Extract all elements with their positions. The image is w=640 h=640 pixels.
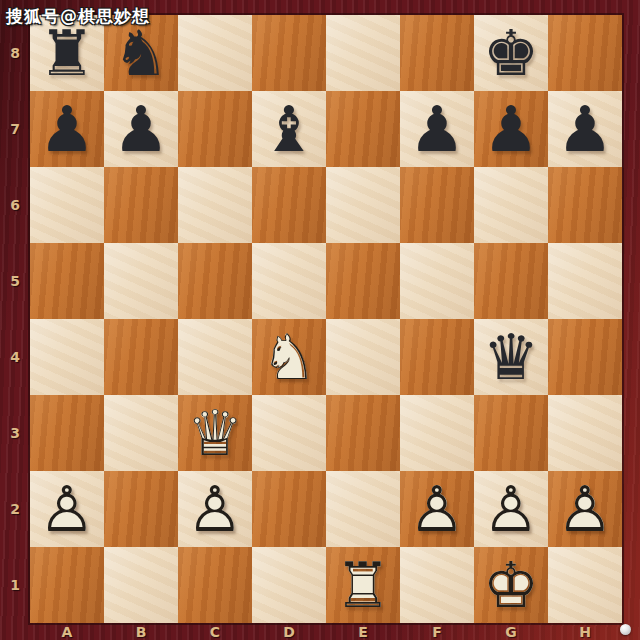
black-pawn-icon: ♟ — [548, 91, 622, 167]
square-f8[interactable] — [400, 15, 474, 91]
file-label-b: B — [104, 623, 178, 640]
square-c6[interactable] — [178, 167, 252, 243]
square-e3[interactable] — [326, 395, 400, 471]
piece-white-pawn-g2[interactable]: ♟♙ — [474, 471, 548, 547]
piece-white-rook-e1[interactable]: ♜♖ — [326, 547, 400, 623]
piece-white-pawn-c2[interactable]: ♟♙ — [178, 471, 252, 547]
square-g6[interactable] — [474, 167, 548, 243]
board: ♜♞♚♟♟♝♟♟♟♞♘♛♛♕♟♙♟♙♟♙♟♙♟♙♜♖♚♔ — [30, 15, 622, 623]
square-e7[interactable] — [326, 91, 400, 167]
square-g1[interactable]: ♚♔ — [474, 547, 548, 623]
square-b3[interactable] — [104, 395, 178, 471]
square-b5[interactable] — [104, 243, 178, 319]
square-e2[interactable] — [326, 471, 400, 547]
piece-black-queen-g4[interactable]: ♛ — [474, 319, 548, 395]
square-f7[interactable]: ♟ — [400, 91, 474, 167]
square-g3[interactable] — [474, 395, 548, 471]
rank-labels: 87654321 — [0, 15, 30, 623]
rank-label-1: 1 — [0, 547, 30, 623]
square-h2[interactable]: ♟♙ — [548, 471, 622, 547]
square-a3[interactable] — [30, 395, 104, 471]
square-e4[interactable] — [326, 319, 400, 395]
file-label-h: H — [548, 623, 622, 640]
square-a7[interactable]: ♟ — [30, 91, 104, 167]
square-c4[interactable] — [178, 319, 252, 395]
white-knight-outline-icon: ♘ — [252, 319, 326, 395]
square-h6[interactable] — [548, 167, 622, 243]
piece-black-pawn-b7[interactable]: ♟ — [104, 91, 178, 167]
square-d5[interactable] — [252, 243, 326, 319]
file-label-e: E — [326, 623, 400, 640]
square-c7[interactable] — [178, 91, 252, 167]
square-d1[interactable] — [252, 547, 326, 623]
white-pawn-outline-icon: ♙ — [400, 471, 474, 547]
file-label-d: D — [252, 623, 326, 640]
chess-board-frame: 搜狐号@棋思妙想 87654321 ♜♞♚♟♟♝♟♟♟♞♘♛♛♕♟♙♟♙♟♙♟♙… — [0, 0, 640, 640]
rank-label-6: 6 — [0, 167, 30, 243]
square-f5[interactable] — [400, 243, 474, 319]
piece-white-queen-c3[interactable]: ♛♕ — [178, 395, 252, 471]
square-g4[interactable]: ♛ — [474, 319, 548, 395]
square-b7[interactable]: ♟ — [104, 91, 178, 167]
square-d3[interactable] — [252, 395, 326, 471]
square-f1[interactable] — [400, 547, 474, 623]
black-pawn-icon: ♟ — [30, 91, 104, 167]
piece-black-bishop-d7[interactable]: ♝ — [252, 91, 326, 167]
square-h7[interactable]: ♟ — [548, 91, 622, 167]
square-g5[interactable] — [474, 243, 548, 319]
white-pawn-outline-icon: ♙ — [30, 471, 104, 547]
white-queen-outline-icon: ♕ — [178, 395, 252, 471]
white-pawn-outline-icon: ♙ — [178, 471, 252, 547]
rank-label-3: 3 — [0, 395, 30, 471]
square-c8[interactable] — [178, 15, 252, 91]
square-h3[interactable] — [548, 395, 622, 471]
square-c3[interactable]: ♛♕ — [178, 395, 252, 471]
square-a2[interactable]: ♟♙ — [30, 471, 104, 547]
white-rook-outline-icon: ♖ — [326, 547, 400, 623]
square-h8[interactable] — [548, 15, 622, 91]
rank-label-7: 7 — [0, 91, 30, 167]
file-label-a: A — [30, 623, 104, 640]
square-f4[interactable] — [400, 319, 474, 395]
square-a5[interactable] — [30, 243, 104, 319]
square-h5[interactable] — [548, 243, 622, 319]
piece-black-king-g8[interactable]: ♚ — [474, 15, 548, 91]
piece-black-pawn-a7[interactable]: ♟ — [30, 91, 104, 167]
white-king-outline-icon: ♔ — [474, 547, 548, 623]
black-pawn-icon: ♟ — [104, 91, 178, 167]
square-c1[interactable] — [178, 547, 252, 623]
square-a4[interactable] — [30, 319, 104, 395]
file-label-f: F — [400, 623, 474, 640]
square-a6[interactable] — [30, 167, 104, 243]
black-king-icon: ♚ — [474, 15, 548, 91]
piece-black-pawn-h7[interactable]: ♟ — [548, 91, 622, 167]
square-e6[interactable] — [326, 167, 400, 243]
rank-label-2: 2 — [0, 471, 30, 547]
square-e1[interactable]: ♜♖ — [326, 547, 400, 623]
corner-dot-icon — [620, 624, 631, 635]
watermark-text: 搜狐号@棋思妙想 — [6, 5, 150, 28]
piece-white-pawn-a2[interactable]: ♟♙ — [30, 471, 104, 547]
square-g8[interactable]: ♚ — [474, 15, 548, 91]
square-b4[interactable] — [104, 319, 178, 395]
square-b1[interactable] — [104, 547, 178, 623]
file-labels: ABCDEFGH — [30, 623, 622, 640]
square-b2[interactable] — [104, 471, 178, 547]
rank-label-4: 4 — [0, 319, 30, 395]
white-pawn-outline-icon: ♙ — [548, 471, 622, 547]
piece-black-pawn-g7[interactable]: ♟ — [474, 91, 548, 167]
square-d7[interactable]: ♝ — [252, 91, 326, 167]
white-pawn-outline-icon: ♙ — [474, 471, 548, 547]
square-b6[interactable] — [104, 167, 178, 243]
black-pawn-icon: ♟ — [400, 91, 474, 167]
square-c2[interactable]: ♟♙ — [178, 471, 252, 547]
square-e5[interactable] — [326, 243, 400, 319]
square-g7[interactable]: ♟ — [474, 91, 548, 167]
black-pawn-icon: ♟ — [474, 91, 548, 167]
square-d8[interactable] — [252, 15, 326, 91]
piece-white-pawn-f2[interactable]: ♟♙ — [400, 471, 474, 547]
piece-white-knight-d4[interactable]: ♞♘ — [252, 319, 326, 395]
file-label-c: C — [178, 623, 252, 640]
square-d2[interactable] — [252, 471, 326, 547]
file-label-g: G — [474, 623, 548, 640]
square-f3[interactable] — [400, 395, 474, 471]
piece-white-pawn-h2[interactable]: ♟♙ — [548, 471, 622, 547]
square-a1[interactable] — [30, 547, 104, 623]
square-h1[interactable] — [548, 547, 622, 623]
square-g2[interactable]: ♟♙ — [474, 471, 548, 547]
black-queen-icon: ♛ — [474, 319, 548, 395]
square-d6[interactable] — [252, 167, 326, 243]
square-f2[interactable]: ♟♙ — [400, 471, 474, 547]
rank-label-5: 5 — [0, 243, 30, 319]
square-c5[interactable] — [178, 243, 252, 319]
square-f6[interactable] — [400, 167, 474, 243]
square-h4[interactable] — [548, 319, 622, 395]
black-bishop-icon: ♝ — [252, 91, 326, 167]
square-d4[interactable]: ♞♘ — [252, 319, 326, 395]
square-e8[interactable] — [326, 15, 400, 91]
piece-white-king-g1[interactable]: ♚♔ — [474, 547, 548, 623]
piece-black-pawn-f7[interactable]: ♟ — [400, 91, 474, 167]
